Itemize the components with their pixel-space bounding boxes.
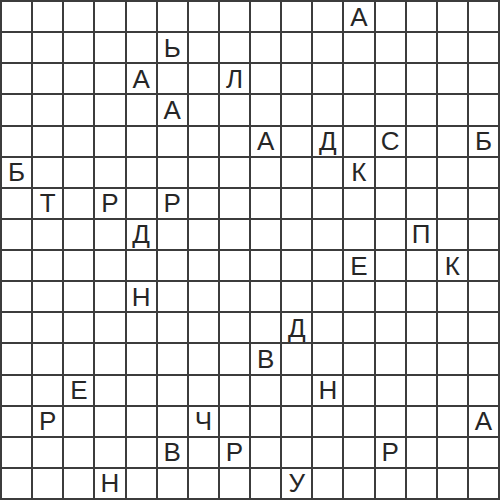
grid-cell[interactable] <box>189 220 218 249</box>
cell-letter: К <box>445 253 460 279</box>
grid-cell[interactable] <box>469 313 498 342</box>
grid-cell[interactable] <box>438 376 467 405</box>
grid-cell[interactable] <box>189 469 218 498</box>
grid-cell[interactable] <box>282 220 311 249</box>
grid-cell[interactable] <box>95 2 124 31</box>
grid-cell[interactable]: К <box>344 158 373 187</box>
grid-cell[interactable] <box>469 64 498 93</box>
grid-cell[interactable] <box>33 438 62 467</box>
cell-letter: Д <box>319 128 337 154</box>
grid-cell[interactable] <box>158 220 187 249</box>
cell-letter: Р <box>226 439 243 465</box>
grid-cell[interactable] <box>469 438 498 467</box>
grid-cell[interactable] <box>282 64 311 93</box>
grid-cell[interactable] <box>2 95 31 124</box>
grid-cell[interactable] <box>376 407 405 436</box>
grid-cell[interactable] <box>407 158 436 187</box>
grid-cell[interactable] <box>2 251 31 280</box>
grid-cell[interactable] <box>376 282 405 311</box>
grid-cell[interactable] <box>95 220 124 249</box>
grid-cell[interactable] <box>344 313 373 342</box>
grid-cell[interactable] <box>376 158 405 187</box>
cell-letter: А <box>350 4 367 30</box>
grid-cell[interactable] <box>251 158 280 187</box>
grid-cell[interactable] <box>407 344 436 373</box>
grid-cell[interactable] <box>158 469 187 498</box>
grid-cell[interactable] <box>376 251 405 280</box>
grid-cell[interactable] <box>438 438 467 467</box>
grid-cell[interactable] <box>282 344 311 373</box>
grid-cell[interactable]: Б <box>2 158 31 187</box>
grid-cell[interactable] <box>376 33 405 62</box>
grid-cell[interactable] <box>407 95 436 124</box>
grid-cell[interactable] <box>220 95 249 124</box>
grid-cell[interactable] <box>251 95 280 124</box>
grid-cell[interactable] <box>158 376 187 405</box>
grid-cell[interactable] <box>438 2 467 31</box>
grid-cell[interactable] <box>438 313 467 342</box>
grid-cell[interactable] <box>220 2 249 31</box>
grid-cell[interactable] <box>407 127 436 156</box>
grid-cell[interactable] <box>282 438 311 467</box>
grid-cell[interactable] <box>251 251 280 280</box>
grid-cell[interactable] <box>251 282 280 311</box>
grid-cell[interactable] <box>2 189 31 218</box>
grid-cell[interactable] <box>344 64 373 93</box>
grid-cell[interactable] <box>282 33 311 62</box>
grid-cell[interactable] <box>127 407 156 436</box>
grid-cell[interactable] <box>251 313 280 342</box>
grid-cell[interactable]: Е <box>64 376 93 405</box>
grid-cell[interactable] <box>376 220 405 249</box>
grid-cell[interactable] <box>33 282 62 311</box>
cell-letter: Д <box>288 315 306 341</box>
grid-cell[interactable] <box>313 189 342 218</box>
grid-cell[interactable] <box>438 407 467 436</box>
cell-letter: Н <box>101 470 120 496</box>
grid-cell[interactable] <box>158 64 187 93</box>
grid-cell[interactable] <box>469 469 498 498</box>
cell-letter: Б <box>475 128 492 154</box>
cell-letter: Р <box>101 190 118 216</box>
grid-cell[interactable] <box>189 251 218 280</box>
cell-letter: С <box>381 128 400 154</box>
cell-letter: В <box>164 439 181 465</box>
grid-cell[interactable] <box>95 158 124 187</box>
grid-cell[interactable] <box>313 2 342 31</box>
grid-cell[interactable] <box>64 438 93 467</box>
cell-letter: Б <box>8 159 25 185</box>
grid-cell[interactable] <box>438 64 467 93</box>
grid-cell[interactable]: А <box>469 407 498 436</box>
grid-cell[interactable] <box>33 33 62 62</box>
cell-letter: Ч <box>195 408 212 434</box>
grid-cell[interactable] <box>2 407 31 436</box>
grid-cell[interactable] <box>407 313 436 342</box>
grid-cell[interactable] <box>2 469 31 498</box>
grid-cell[interactable] <box>127 376 156 405</box>
grid-cell[interactable] <box>127 189 156 218</box>
grid-cell[interactable] <box>2 64 31 93</box>
grid-cell[interactable] <box>158 2 187 31</box>
grid-cell[interactable] <box>64 189 93 218</box>
grid-cell[interactable] <box>64 407 93 436</box>
grid-cell[interactable] <box>407 376 436 405</box>
grid-cell[interactable] <box>2 220 31 249</box>
grid-cell[interactable] <box>282 2 311 31</box>
grid-cell[interactable] <box>438 95 467 124</box>
grid-cell[interactable] <box>251 220 280 249</box>
grid-cell[interactable] <box>376 95 405 124</box>
grid-cell[interactable] <box>33 376 62 405</box>
grid-cell[interactable]: Н <box>127 282 156 311</box>
grid-cell[interactable]: Д <box>127 220 156 249</box>
grid-cell[interactable] <box>64 282 93 311</box>
grid-cell[interactable]: Л <box>220 64 249 93</box>
grid-cell[interactable] <box>469 251 498 280</box>
grid-cell[interactable] <box>33 251 62 280</box>
cell-letter: Н <box>132 284 151 310</box>
grid-cell[interactable]: Т <box>33 189 62 218</box>
grid-cell[interactable]: А <box>158 95 187 124</box>
grid-cell[interactable] <box>313 313 342 342</box>
grid-cell[interactable] <box>313 407 342 436</box>
grid-cell[interactable] <box>469 189 498 218</box>
grid-cell[interactable] <box>189 282 218 311</box>
grid-cell[interactable]: Р <box>220 438 249 467</box>
grid-cell[interactable] <box>438 469 467 498</box>
grid-cell[interactable] <box>376 313 405 342</box>
grid-cell[interactable] <box>344 95 373 124</box>
grid-cell[interactable] <box>313 469 342 498</box>
cell-letter: В <box>257 346 274 372</box>
grid-cell[interactable] <box>469 33 498 62</box>
grid-cell[interactable] <box>469 95 498 124</box>
grid-cell[interactable] <box>189 64 218 93</box>
grid-cell[interactable] <box>95 407 124 436</box>
grid-cell[interactable] <box>2 127 31 156</box>
grid-cell[interactable] <box>313 251 342 280</box>
grid-cell[interactable] <box>158 313 187 342</box>
grid-cell[interactable] <box>220 251 249 280</box>
cell-letter: Е <box>350 253 367 279</box>
grid-cell[interactable] <box>33 64 62 93</box>
grid-cell[interactable]: А <box>251 127 280 156</box>
grid-cell[interactable] <box>2 282 31 311</box>
cell-letter: Р <box>164 190 181 216</box>
grid-cell[interactable] <box>344 469 373 498</box>
grid-cell[interactable] <box>220 469 249 498</box>
grid-cell[interactable] <box>220 407 249 436</box>
grid-cell[interactable] <box>189 158 218 187</box>
grid-cell[interactable] <box>438 33 467 62</box>
grid-cell[interactable] <box>2 2 31 31</box>
cell-letter: К <box>351 159 366 185</box>
grid-cell[interactable] <box>2 313 31 342</box>
grid-cell[interactable] <box>344 344 373 373</box>
grid-cell[interactable] <box>344 189 373 218</box>
grid-cell[interactable] <box>469 220 498 249</box>
grid-cell[interactable] <box>220 220 249 249</box>
grid-cell[interactable] <box>64 2 93 31</box>
grid-cell[interactable] <box>407 407 436 436</box>
grid-cell[interactable] <box>438 127 467 156</box>
cell-letter: У <box>288 470 305 496</box>
grid-cell[interactable] <box>64 220 93 249</box>
cell-letter: А <box>132 66 149 92</box>
grid-cell[interactable] <box>95 313 124 342</box>
grid-cell[interactable] <box>95 251 124 280</box>
grid-cell[interactable]: Р <box>376 438 405 467</box>
grid-cell[interactable] <box>376 376 405 405</box>
grid-cell[interactable] <box>376 469 405 498</box>
grid-cell[interactable] <box>189 33 218 62</box>
grid-cell[interactable] <box>251 438 280 467</box>
cell-letter: Н <box>318 377 337 403</box>
grid-cell[interactable] <box>95 95 124 124</box>
grid-cell[interactable] <box>64 64 93 93</box>
grid-cell[interactable] <box>220 376 249 405</box>
grid-cell[interactable] <box>469 344 498 373</box>
grid-cell[interactable] <box>251 64 280 93</box>
grid-cell[interactable] <box>189 313 218 342</box>
grid-cell[interactable] <box>251 376 280 405</box>
cell-letter: А <box>257 128 274 154</box>
grid-cell[interactable] <box>189 127 218 156</box>
grid-cell[interactable] <box>344 407 373 436</box>
grid-cell[interactable] <box>469 282 498 311</box>
grid-cell[interactable] <box>313 158 342 187</box>
grid-cell[interactable] <box>33 469 62 498</box>
grid-cell[interactable] <box>313 33 342 62</box>
grid-cell[interactable] <box>64 95 93 124</box>
grid-cell[interactable] <box>158 127 187 156</box>
grid-cell[interactable] <box>313 64 342 93</box>
grid-cell[interactable] <box>220 282 249 311</box>
grid-cell[interactable]: Е <box>344 251 373 280</box>
cell-letter: Т <box>40 190 56 216</box>
grid-cell[interactable]: К <box>438 251 467 280</box>
grid-cell[interactable] <box>344 33 373 62</box>
grid-cell[interactable] <box>127 95 156 124</box>
grid-cell[interactable]: Р <box>158 189 187 218</box>
grid-cell[interactable] <box>376 344 405 373</box>
grid-cell[interactable] <box>127 2 156 31</box>
grid-cell[interactable] <box>2 344 31 373</box>
grid-cell[interactable]: Д <box>313 127 342 156</box>
grid-cell[interactable] <box>220 127 249 156</box>
grid-cell[interactable] <box>344 438 373 467</box>
grid-cell[interactable] <box>407 2 436 31</box>
grid-cell[interactable] <box>251 407 280 436</box>
grid-cell[interactable] <box>95 33 124 62</box>
grid-cell[interactable] <box>220 158 249 187</box>
grid-cell[interactable] <box>282 376 311 405</box>
grid-cell[interactable] <box>469 2 498 31</box>
grid-cell[interactable]: Б <box>469 127 498 156</box>
grid-cell[interactable] <box>469 376 498 405</box>
grid-cell[interactable]: В <box>158 438 187 467</box>
grid-cell[interactable] <box>407 64 436 93</box>
grid-cell[interactable] <box>33 344 62 373</box>
grid-cell[interactable] <box>220 344 249 373</box>
cell-letter: Д <box>132 221 150 247</box>
grid-cell[interactable] <box>189 438 218 467</box>
grid-cell[interactable] <box>438 220 467 249</box>
grid-cell[interactable] <box>407 251 436 280</box>
grid-cell[interactable] <box>344 376 373 405</box>
cell-letter: Е <box>70 377 87 403</box>
puzzle-board: АЬАЛААДСББКТРРДПЕКНДВЕНРЧАВРРНУ <box>0 0 500 500</box>
grid-cell[interactable] <box>95 282 124 311</box>
grid-cell[interactable] <box>282 95 311 124</box>
grid-cell[interactable] <box>251 2 280 31</box>
grid-cell[interactable]: Р <box>33 407 62 436</box>
grid-cell[interactable] <box>282 251 311 280</box>
grid-cell[interactable] <box>282 127 311 156</box>
grid-cell[interactable] <box>189 376 218 405</box>
grid-cell[interactable] <box>127 469 156 498</box>
grid-cell[interactable] <box>158 407 187 436</box>
grid-cell[interactable]: Ь <box>158 33 187 62</box>
grid-cell[interactable] <box>251 33 280 62</box>
grid-cell[interactable] <box>376 64 405 93</box>
grid-cell[interactable] <box>189 344 218 373</box>
grid-cell[interactable]: А <box>127 64 156 93</box>
grid-cell[interactable] <box>158 282 187 311</box>
grid-cell[interactable] <box>2 438 31 467</box>
cell-letter: А <box>164 97 181 123</box>
grid-cell[interactable] <box>64 127 93 156</box>
grid-cell[interactable] <box>33 313 62 342</box>
grid-cell[interactable]: У <box>282 469 311 498</box>
grid-cell[interactable] <box>407 189 436 218</box>
grid-cell[interactable] <box>469 158 498 187</box>
cell-letter: Л <box>226 66 243 92</box>
grid-cell[interactable] <box>127 33 156 62</box>
grid-cell[interactable] <box>2 33 31 62</box>
grid-cell[interactable] <box>95 64 124 93</box>
grid-cell[interactable] <box>127 158 156 187</box>
grid-cell[interactable]: А <box>344 2 373 31</box>
grid-cell[interactable] <box>64 251 93 280</box>
grid-cell[interactable] <box>282 282 311 311</box>
grid-cell[interactable] <box>376 2 405 31</box>
grid-cell[interactable] <box>407 282 436 311</box>
grid-cell[interactable] <box>64 469 93 498</box>
grid-cell[interactable]: Р <box>95 189 124 218</box>
grid-cell[interactable] <box>282 407 311 436</box>
grid-cell[interactable] <box>438 158 467 187</box>
grid-cell[interactable] <box>407 469 436 498</box>
grid-cell[interactable] <box>438 344 467 373</box>
grid-cell[interactable] <box>376 189 405 218</box>
grid-cell[interactable] <box>189 2 218 31</box>
grid-cell[interactable] <box>438 189 467 218</box>
grid-cell[interactable] <box>313 95 342 124</box>
grid-cell[interactable] <box>127 313 156 342</box>
grid-cell[interactable] <box>344 127 373 156</box>
grid-cell[interactable]: П <box>407 220 436 249</box>
grid-cell[interactable] <box>189 189 218 218</box>
cell-letter: П <box>412 221 431 247</box>
grid-cell[interactable] <box>158 251 187 280</box>
grid-cell[interactable]: Н <box>313 376 342 405</box>
grid-cell[interactable] <box>95 438 124 467</box>
grid-cell[interactable]: С <box>376 127 405 156</box>
grid-cell[interactable] <box>127 251 156 280</box>
grid-cell[interactable] <box>33 95 62 124</box>
grid-cell[interactable] <box>438 282 467 311</box>
cell-letter: Р <box>39 408 56 434</box>
grid-cell[interactable] <box>33 127 62 156</box>
grid-cell[interactable] <box>33 158 62 187</box>
grid-cell[interactable] <box>64 313 93 342</box>
grid-cell[interactable] <box>95 376 124 405</box>
grid-cell[interactable] <box>313 344 342 373</box>
grid-cell[interactable] <box>282 158 311 187</box>
grid-cell[interactable] <box>220 33 249 62</box>
grid-cell[interactable] <box>33 2 62 31</box>
grid-cell[interactable] <box>33 220 62 249</box>
grid-cell[interactable]: В <box>251 344 280 373</box>
grid-cell[interactable] <box>127 127 156 156</box>
grid-cell[interactable]: Д <box>282 313 311 342</box>
grid-cell[interactable] <box>127 438 156 467</box>
grid-cell[interactable] <box>313 220 342 249</box>
grid-cell[interactable] <box>344 282 373 311</box>
grid-cell[interactable] <box>282 189 311 218</box>
grid-cell[interactable]: Н <box>95 469 124 498</box>
grid-cell[interactable] <box>344 220 373 249</box>
grid-cell[interactable] <box>64 33 93 62</box>
grid-cell[interactable] <box>189 95 218 124</box>
cell-letter: А <box>475 408 492 434</box>
cell-letter: Р <box>381 439 398 465</box>
grid-cell[interactable] <box>2 376 31 405</box>
grid-cell[interactable] <box>127 344 156 373</box>
grid-cell[interactable] <box>220 313 249 342</box>
grid-cell[interactable] <box>251 469 280 498</box>
grid-cell[interactable] <box>158 344 187 373</box>
grid-cell[interactable] <box>220 189 249 218</box>
grid-cell[interactable] <box>64 158 93 187</box>
grid-cell[interactable] <box>95 344 124 373</box>
grid-cell[interactable]: Ч <box>189 407 218 436</box>
grid-cell[interactable] <box>313 438 342 467</box>
grid-cell[interactable] <box>313 282 342 311</box>
grid-cell[interactable] <box>95 127 124 156</box>
grid-cell[interactable] <box>407 33 436 62</box>
grid-cell[interactable] <box>407 438 436 467</box>
grid-cell[interactable] <box>158 158 187 187</box>
grid-cell[interactable] <box>64 344 93 373</box>
grid-cell[interactable] <box>251 189 280 218</box>
cell-letter: Ь <box>164 35 181 61</box>
